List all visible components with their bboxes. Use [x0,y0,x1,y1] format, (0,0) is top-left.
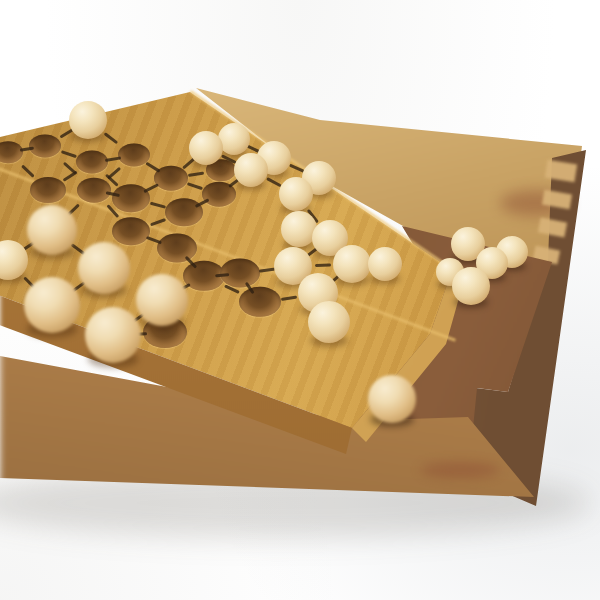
board-hole-empty[interactable] [29,134,61,157]
board-marble[interactable] [234,153,268,187]
board-marble[interactable] [78,242,130,294]
board-marble[interactable] [368,247,402,281]
board-marble[interactable] [136,274,188,326]
board-hole-empty[interactable] [112,217,150,245]
board-hole-empty[interactable] [157,234,197,263]
groove-dash [215,273,229,277]
tray-marble[interactable] [368,375,416,423]
board-hole-empty[interactable] [76,150,108,173]
solitaire-photo-scene [0,0,600,600]
front-wall-wood-knot [420,462,500,478]
board-hole-empty[interactable] [30,177,66,203]
board-marble[interactable] [69,101,107,139]
tray-marble[interactable] [452,267,490,305]
board-marble[interactable] [333,245,371,283]
board-marble[interactable] [27,205,77,255]
groove-dash [314,263,330,266]
board-hole-empty[interactable] [165,198,203,226]
board-marble[interactable] [189,131,223,165]
board-marble[interactable] [308,301,350,343]
board-marble[interactable] [279,177,313,211]
board-hole-empty[interactable] [112,184,150,212]
board-marble[interactable] [24,277,80,333]
board-marble[interactable] [85,307,141,363]
board-hole-empty[interactable] [77,178,111,203]
